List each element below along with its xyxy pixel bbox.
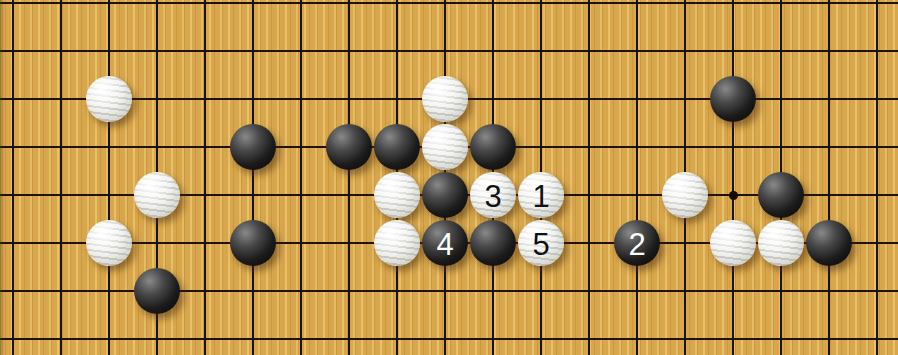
stone-black [230, 220, 276, 266]
stone-black [422, 172, 468, 218]
stone-white [374, 172, 420, 218]
stone-black [758, 172, 804, 218]
stone-black-move-2: 2 [614, 220, 660, 266]
stone-white [422, 76, 468, 122]
star-point [729, 191, 738, 200]
move-number-label: 5 [532, 229, 549, 260]
go-board: 31452 [0, 0, 898, 355]
stone-white [662, 172, 708, 218]
move-number-label: 1 [532, 181, 549, 212]
stone-white-move-5: 5 [518, 220, 564, 266]
stone-black [470, 220, 516, 266]
stone-white-move-3: 3 [470, 172, 516, 218]
stone-black [134, 268, 180, 314]
move-number-label: 4 [436, 229, 453, 260]
stone-black [710, 76, 756, 122]
stone-black [806, 220, 852, 266]
stone-white [758, 220, 804, 266]
stone-white [710, 220, 756, 266]
stone-black [326, 124, 372, 170]
stone-black [230, 124, 276, 170]
move-number-label: 2 [628, 229, 645, 260]
stone-black-move-4: 4 [422, 220, 468, 266]
stone-white [86, 220, 132, 266]
stone-black [470, 124, 516, 170]
stone-white [422, 124, 468, 170]
board-left-edge-shade [0, 0, 4, 355]
move-number-label: 3 [484, 181, 501, 212]
stone-white-move-1: 1 [518, 172, 564, 218]
go-diagram: 31452 [0, 0, 898, 355]
stone-white [86, 76, 132, 122]
stone-white [134, 172, 180, 218]
stone-white [374, 220, 420, 266]
stone-black [374, 124, 420, 170]
